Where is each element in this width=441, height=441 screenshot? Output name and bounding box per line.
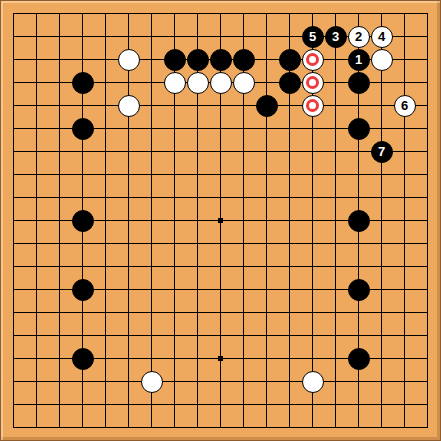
move-number-3: 3 [326, 27, 346, 47]
stone-black: 7 [371, 141, 393, 163]
circle-mark [306, 99, 319, 112]
stone-white: 2 [348, 26, 370, 48]
stone-black [348, 210, 370, 232]
stone-white: 6 [394, 95, 416, 117]
stone-black [72, 118, 94, 140]
stone-white [302, 49, 324, 71]
stone-white [141, 371, 163, 393]
stone-black [279, 49, 301, 71]
stone-black [72, 348, 94, 370]
stone-white: 4 [371, 26, 393, 48]
stone-white [302, 371, 324, 393]
stone-black [256, 95, 278, 117]
move-number-5: 5 [303, 27, 323, 47]
stone-black [348, 118, 370, 140]
stone-black [210, 49, 232, 71]
stone-white [302, 95, 324, 117]
stone-black [164, 49, 186, 71]
stone-black [72, 72, 94, 94]
go-board: 5324167 [0, 0, 441, 441]
move-number-7: 7 [372, 142, 392, 162]
stone-black [233, 49, 255, 71]
stone-white [187, 72, 209, 94]
stone-white [118, 49, 140, 71]
move-number-4: 4 [372, 27, 392, 47]
stones-layer: 5324167 [2, 2, 439, 439]
stone-white [118, 95, 140, 117]
stone-black [279, 72, 301, 94]
stone-white [371, 49, 393, 71]
stone-black [72, 279, 94, 301]
stone-white [164, 72, 186, 94]
stone-black: 5 [302, 26, 324, 48]
stone-black: 1 [348, 49, 370, 71]
move-number-6: 6 [395, 96, 415, 116]
stone-black: 3 [325, 26, 347, 48]
stone-black [72, 210, 94, 232]
circle-mark [306, 53, 319, 66]
stone-white [233, 72, 255, 94]
stone-black [348, 279, 370, 301]
circle-mark [306, 76, 319, 89]
stone-white [302, 72, 324, 94]
move-number-2: 2 [349, 27, 369, 47]
stone-black [187, 49, 209, 71]
stone-black [348, 72, 370, 94]
stone-white [210, 72, 232, 94]
stone-black [348, 348, 370, 370]
move-number-1: 1 [349, 50, 369, 70]
